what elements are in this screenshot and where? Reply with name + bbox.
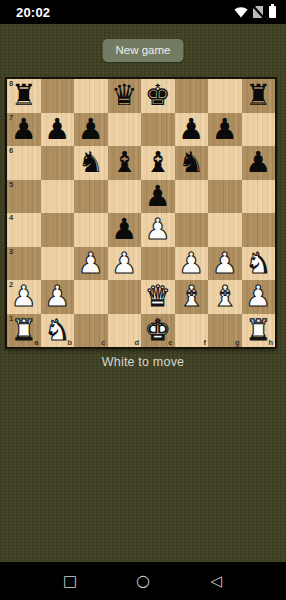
- piece-black-rook[interactable]: ♜: [11, 79, 37, 113]
- piece-white-bishop[interactable]: ♝: [212, 280, 238, 314]
- square-d7[interactable]: [108, 113, 142, 147]
- recents-square-icon[interactable]: □: [61, 574, 79, 589]
- square-g3[interactable]: ♟: [208, 247, 242, 281]
- app-screen: 20:02 New game 8♜♛♚♜7♟♟♟♟♟6♞♝♝♞♟5♟4♟♟3♟♟…: [0, 0, 286, 600]
- piece-white-queen[interactable]: ♛: [145, 280, 171, 314]
- square-b6[interactable]: [41, 146, 75, 180]
- square-c6[interactable]: ♞: [74, 146, 108, 180]
- piece-white-pawn[interactable]: ♟: [11, 280, 37, 314]
- rank-label-7: 7: [9, 114, 13, 122]
- square-c1[interactable]: c: [74, 314, 108, 348]
- square-d3[interactable]: ♟: [108, 247, 142, 281]
- piece-black-king[interactable]: ♚: [145, 79, 171, 113]
- chess-board: 8♜♛♚♜7♟♟♟♟♟6♞♝♝♞♟5♟4♟♟3♟♟♟♟♞2♟♟♛♝♝♟1a♜b♞…: [5, 77, 277, 349]
- android-nav-bar: □ ○ ◁: [0, 562, 286, 600]
- square-e1[interactable]: e♚: [141, 314, 175, 348]
- piece-white-pawn[interactable]: ♟: [44, 280, 70, 314]
- square-h3[interactable]: ♞: [242, 247, 276, 281]
- piece-white-pawn[interactable]: ♟: [78, 247, 104, 281]
- square-c2[interactable]: [74, 280, 108, 314]
- rank-label-3: 3: [9, 248, 13, 256]
- square-d5[interactable]: [108, 180, 142, 214]
- square-g4[interactable]: [208, 213, 242, 247]
- square-d4[interactable]: ♟: [108, 213, 142, 247]
- square-a2[interactable]: 2♟: [7, 280, 41, 314]
- piece-white-pawn[interactable]: ♟: [111, 247, 137, 281]
- square-g5[interactable]: [208, 180, 242, 214]
- square-a1[interactable]: 1a♜: [7, 314, 41, 348]
- status-bar: 20:02: [0, 0, 286, 24]
- piece-white-rook[interactable]: ♜: [245, 314, 271, 348]
- piece-black-queen[interactable]: ♛: [111, 79, 137, 113]
- square-f7[interactable]: ♟: [175, 113, 209, 147]
- square-f2[interactable]: ♝: [175, 280, 209, 314]
- rank-label-2: 2: [9, 281, 13, 289]
- turn-indicator: White to move: [0, 355, 286, 369]
- wifi-icon: [234, 7, 248, 18]
- rank-label-5: 5: [9, 181, 13, 189]
- piece-white-knight[interactable]: ♞: [44, 314, 70, 348]
- back-triangle-icon[interactable]: ◁: [207, 574, 225, 589]
- new-game-button[interactable]: New game: [103, 39, 184, 62]
- square-d8[interactable]: ♛: [108, 79, 142, 113]
- piece-white-rook[interactable]: ♜: [11, 314, 37, 348]
- piece-white-bishop[interactable]: ♝: [178, 280, 204, 314]
- square-b4[interactable]: [41, 213, 75, 247]
- rank-label-6: 6: [9, 147, 13, 155]
- square-f8[interactable]: [175, 79, 209, 113]
- square-e2[interactable]: ♛: [141, 280, 175, 314]
- piece-black-pawn[interactable]: ♟: [245, 146, 271, 180]
- square-h5[interactable]: [242, 180, 276, 214]
- home-circle-icon[interactable]: ○: [134, 573, 152, 589]
- piece-black-pawn[interactable]: ♟: [11, 113, 37, 147]
- square-a8[interactable]: 8♜: [7, 79, 41, 113]
- square-a5[interactable]: 5: [7, 180, 41, 214]
- square-g7[interactable]: ♟: [208, 113, 242, 147]
- piece-white-pawn[interactable]: ♟: [212, 247, 238, 281]
- square-b2[interactable]: ♟: [41, 280, 75, 314]
- square-c7[interactable]: ♟: [74, 113, 108, 147]
- square-f3[interactable]: ♟: [175, 247, 209, 281]
- piece-black-knight[interactable]: ♞: [78, 146, 104, 180]
- piece-white-pawn[interactable]: ♟: [245, 280, 271, 314]
- square-e5[interactable]: ♟: [141, 180, 175, 214]
- status-icons: [234, 6, 276, 18]
- piece-black-pawn[interactable]: ♟: [178, 113, 204, 147]
- square-h6[interactable]: ♟: [242, 146, 276, 180]
- square-b5[interactable]: [41, 180, 75, 214]
- square-e7[interactable]: [141, 113, 175, 147]
- square-d1[interactable]: d: [108, 314, 142, 348]
- square-g1[interactable]: g: [208, 314, 242, 348]
- file-label-e: e: [168, 339, 172, 347]
- square-f1[interactable]: f: [175, 314, 209, 348]
- square-b1[interactable]: b♞: [41, 314, 75, 348]
- square-a4[interactable]: 4: [7, 213, 41, 247]
- file-label-a: a: [34, 339, 38, 347]
- square-c3[interactable]: ♟: [74, 247, 108, 281]
- piece-black-rook[interactable]: ♜: [245, 79, 271, 113]
- rank-label-4: 4: [9, 214, 13, 222]
- piece-black-knight[interactable]: ♞: [178, 146, 204, 180]
- square-f4[interactable]: [175, 213, 209, 247]
- square-d6[interactable]: ♝: [108, 146, 142, 180]
- square-h2[interactable]: ♟: [242, 280, 276, 314]
- piece-black-bishop[interactable]: ♝: [145, 146, 171, 180]
- square-b3[interactable]: [41, 247, 75, 281]
- square-h8[interactable]: ♜: [242, 79, 276, 113]
- file-label-f: f: [204, 339, 207, 347]
- rank-label-1: 1: [9, 315, 13, 323]
- square-g2[interactable]: ♝: [208, 280, 242, 314]
- square-d2[interactable]: [108, 280, 142, 314]
- piece-white-pawn[interactable]: ♟: [178, 247, 204, 281]
- square-c4[interactable]: [74, 213, 108, 247]
- piece-black-pawn[interactable]: ♟: [145, 180, 171, 214]
- square-c5[interactable]: [74, 180, 108, 214]
- file-label-h: h: [268, 339, 273, 347]
- piece-black-pawn[interactable]: ♟: [111, 213, 137, 247]
- piece-black-bishop[interactable]: ♝: [111, 146, 137, 180]
- square-b7[interactable]: ♟: [41, 113, 75, 147]
- square-g8[interactable]: [208, 79, 242, 113]
- rank-label-8: 8: [9, 80, 13, 88]
- square-a3[interactable]: 3: [7, 247, 41, 281]
- square-c8[interactable]: [74, 79, 108, 113]
- square-e6[interactable]: ♝: [141, 146, 175, 180]
- square-a6[interactable]: 6: [7, 146, 41, 180]
- piece-black-pawn[interactable]: ♟: [212, 113, 238, 147]
- square-e8[interactable]: ♚: [141, 79, 175, 113]
- square-g6[interactable]: [208, 146, 242, 180]
- piece-black-pawn[interactable]: ♟: [44, 113, 70, 147]
- square-f6[interactable]: ♞: [175, 146, 209, 180]
- piece-black-pawn[interactable]: ♟: [78, 113, 104, 147]
- file-label-g: g: [235, 339, 240, 347]
- square-e3[interactable]: [141, 247, 175, 281]
- file-label-c: c: [101, 339, 105, 347]
- piece-white-pawn[interactable]: ♟: [145, 213, 171, 247]
- square-h1[interactable]: h♜: [242, 314, 276, 348]
- square-h7[interactable]: [242, 113, 276, 147]
- file-label-d: d: [134, 339, 139, 347]
- piece-white-knight[interactable]: ♞: [245, 247, 271, 281]
- file-label-b: b: [67, 339, 72, 347]
- no-sim-icon: [253, 6, 264, 18]
- piece-white-king[interactable]: ♚: [145, 314, 171, 348]
- square-a7[interactable]: 7♟: [7, 113, 41, 147]
- square-h4[interactable]: [242, 213, 276, 247]
- square-b8[interactable]: [41, 79, 75, 113]
- square-e4[interactable]: ♟: [141, 213, 175, 247]
- clock: 20:02: [16, 5, 50, 20]
- square-f5[interactable]: [175, 180, 209, 214]
- battery-icon: [269, 6, 276, 18]
